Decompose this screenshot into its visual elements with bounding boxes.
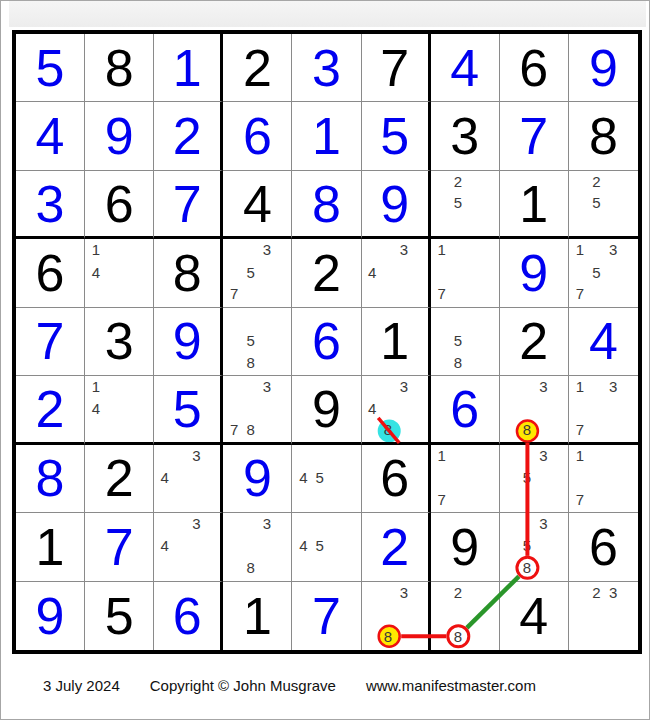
app-window: 5812374694926153783674892512561483572341… [0, 0, 650, 720]
solved-digit: 5 [362, 102, 428, 169]
cell-r4c3[interactable]: 8 [154, 239, 223, 307]
cell-r5c5[interactable]: 6 [292, 308, 361, 376]
given-digit: 1 [500, 171, 568, 236]
cell-r6c1[interactable]: 2 [16, 376, 85, 444]
cell-r4c6[interactable]: 34 [362, 239, 431, 307]
candidate-5: 5 [316, 537, 324, 554]
solved-digit: 3 [292, 34, 360, 101]
solved-digit: 4 [569, 308, 638, 375]
candidate-5: 5 [523, 537, 531, 554]
cell-r6c4[interactable]: 378 [223, 376, 292, 444]
candidate-3: 3 [609, 583, 617, 600]
candidate-7: 7 [230, 420, 238, 437]
candidate-5: 5 [246, 332, 254, 349]
solved-digit: 6 [223, 102, 291, 169]
candidate-5: 5 [592, 263, 600, 280]
cell-r3c7[interactable]: 25 [431, 171, 500, 239]
cell-r4c5[interactable]: 2 [292, 239, 361, 307]
solved-digit: 6 [154, 582, 220, 650]
cell-r1c1[interactable]: 5 [16, 34, 85, 102]
candidate-3: 3 [192, 515, 200, 532]
given-digit: 6 [16, 239, 84, 306]
cell-r4c2[interactable]: 14 [85, 239, 154, 307]
solved-digit: 6 [431, 376, 499, 441]
solved-digit: 1 [154, 34, 220, 101]
cell-r5c7[interactable]: 58 [431, 308, 500, 376]
cell-r7c6[interactable]: 6 [362, 445, 431, 513]
cell-r6c5[interactable]: 9 [292, 376, 361, 444]
footer-website[interactable]: www.manifestmaster.com [366, 677, 536, 694]
solved-digit: 8 [16, 445, 84, 512]
candidate-8: 8 [384, 628, 392, 645]
cell-r2c6[interactable]: 5 [362, 102, 431, 170]
cell-r7c8[interactable]: 35 [500, 445, 569, 513]
cell-r8c1[interactable]: 1 [16, 513, 85, 581]
cell-r1c6[interactable]: 7 [362, 34, 431, 102]
candidate-4: 4 [161, 537, 169, 554]
solved-digit: 9 [85, 102, 153, 169]
cell-r7c5[interactable]: 45 [292, 445, 361, 513]
cell-r2c9[interactable]: 8 [569, 102, 638, 170]
cell-r3c5[interactable]: 8 [292, 171, 361, 239]
candidate-4: 4 [92, 399, 100, 416]
cell-r7c3[interactable]: 34 [154, 445, 223, 513]
cell-r1c3[interactable]: 1 [154, 34, 223, 102]
cell-r3c9[interactable]: 25 [569, 171, 638, 239]
solved-digit: 7 [16, 308, 84, 375]
cell-r3c6[interactable]: 9 [362, 171, 431, 239]
cell-r1c9[interactable]: 9 [569, 34, 638, 102]
given-digit: 2 [292, 239, 360, 306]
footer-copyright: Copyright © John Musgrave [150, 677, 336, 694]
candidate-4: 4 [92, 263, 100, 280]
candidate-3: 3 [609, 378, 617, 395]
given-digit: 1 [223, 582, 291, 650]
cell-r4c8[interactable]: 9 [500, 239, 569, 307]
candidate-8: 8 [454, 353, 462, 370]
given-digit: 4 [223, 171, 291, 236]
cell-r7c4[interactable]: 9 [223, 445, 292, 513]
candidate-5: 5 [454, 332, 462, 349]
cell-r3c8[interactable]: 1 [500, 171, 569, 239]
given-digit: 1 [362, 308, 428, 375]
cell-r2c7[interactable]: 3 [431, 102, 500, 170]
cell-r4c1[interactable]: 6 [16, 239, 85, 307]
cell-r2c3[interactable]: 2 [154, 102, 223, 170]
cell-r5c6[interactable]: 1 [362, 308, 431, 376]
cell-r7c1[interactable]: 8 [16, 445, 85, 513]
cell-r8c4[interactable]: 38 [223, 513, 292, 581]
cell-r9c8[interactable]: 4 [500, 582, 569, 650]
solved-digit: 2 [16, 376, 84, 441]
cell-r8c5[interactable]: 45 [292, 513, 361, 581]
candidate-5: 5 [316, 469, 324, 486]
candidate-3: 3 [400, 583, 408, 600]
candidate-1: 1 [576, 446, 584, 463]
given-digit: 8 [154, 239, 220, 306]
cell-r5c8[interactable]: 2 [500, 308, 569, 376]
candidate-8: 8 [246, 353, 254, 370]
solved-digit: 6 [292, 308, 360, 375]
candidate-8: 8 [384, 420, 392, 437]
cell-r8c9[interactable]: 6 [569, 513, 638, 581]
candidate-1: 1 [92, 241, 100, 258]
cell-r2c4[interactable]: 6 [223, 102, 292, 170]
solved-digit: 8 [292, 171, 360, 236]
cell-r9c2[interactable]: 5 [85, 582, 154, 650]
cell-r8c2[interactable]: 7 [85, 513, 154, 581]
candidate-7: 7 [576, 420, 584, 437]
candidate-4: 4 [299, 537, 307, 554]
solved-digit: 7 [154, 171, 220, 236]
solved-digit: 5 [154, 376, 220, 441]
given-digit: 2 [500, 308, 568, 375]
solved-digit: 9 [154, 308, 220, 375]
candidate-3: 3 [263, 378, 271, 395]
cell-r8c3[interactable]: 34 [154, 513, 223, 581]
cell-r3c2[interactable]: 6 [85, 171, 154, 239]
cell-r7c9[interactable]: 17 [569, 445, 638, 513]
given-digit: 5 [85, 582, 153, 650]
cell-r5c3[interactable]: 9 [154, 308, 223, 376]
given-digit: 3 [85, 308, 153, 375]
given-digit: 3 [431, 102, 499, 169]
candidate-8: 8 [454, 628, 462, 645]
given-digit: 4 [500, 582, 568, 650]
cell-r8c7[interactable]: 9 [431, 513, 500, 581]
sudoku-grid: 5812374694926153783674892512561483572341… [12, 30, 642, 654]
solved-digit: 7 [292, 582, 360, 650]
cell-r7c7[interactable]: 17 [431, 445, 500, 513]
cell-r1c4[interactable]: 2 [223, 34, 292, 102]
cell-r5c1[interactable]: 7 [16, 308, 85, 376]
solved-digit: 1 [292, 102, 360, 169]
solved-digit: 3 [16, 171, 84, 236]
cell-r5c9[interactable]: 4 [569, 308, 638, 376]
cell-r1c8[interactable]: 6 [500, 34, 569, 102]
given-digit: 9 [431, 513, 499, 580]
solved-digit: 9 [16, 582, 84, 650]
given-digit: 1 [16, 513, 84, 580]
cell-r3c1[interactable]: 3 [16, 171, 85, 239]
cell-r3c4[interactable]: 4 [223, 171, 292, 239]
cell-r9c4[interactable]: 1 [223, 582, 292, 650]
given-digit: 8 [569, 102, 638, 169]
candidate-2: 2 [454, 583, 462, 600]
footer-date: 3 July 2024 [43, 677, 120, 694]
cell-r6c9[interactable]: 137 [569, 376, 638, 444]
given-digit: 2 [223, 34, 291, 101]
cell-r7c2[interactable]: 2 [85, 445, 154, 513]
solved-digit: 7 [500, 102, 568, 169]
candidate-3: 3 [609, 241, 617, 258]
cell-r5c2[interactable]: 3 [85, 308, 154, 376]
cell-r9c7[interactable]: 28 [431, 582, 500, 650]
candidate-4: 4 [161, 469, 169, 486]
candidate-7: 7 [437, 285, 445, 302]
solved-digit: 9 [569, 34, 638, 101]
candidate-2: 2 [592, 172, 600, 189]
candidate-1: 1 [437, 446, 445, 463]
given-digit: 2 [85, 445, 153, 512]
cell-r6c6[interactable]: 348 [362, 376, 431, 444]
candidate-8: 8 [523, 559, 531, 576]
cell-r8c6[interactable]: 2 [362, 513, 431, 581]
cell-r9c5[interactable]: 7 [292, 582, 361, 650]
cell-r4c9[interactable]: 1357 [569, 239, 638, 307]
candidate-3: 3 [539, 378, 547, 395]
given-digit: 9 [292, 376, 360, 441]
given-digit: 8 [85, 34, 153, 101]
cell-r6c2[interactable]: 14 [85, 376, 154, 444]
candidate-3: 3 [539, 515, 547, 532]
cell-r4c4[interactable]: 357 [223, 239, 292, 307]
candidate-1: 1 [92, 378, 100, 395]
cell-r4c7[interactable]: 17 [431, 239, 500, 307]
candidate-5: 5 [592, 194, 600, 211]
candidate-3: 3 [539, 446, 547, 463]
solved-digit: 4 [16, 102, 84, 169]
cell-r1c2[interactable]: 8 [85, 34, 154, 102]
candidate-3: 3 [192, 446, 200, 463]
candidate-5: 5 [246, 263, 254, 280]
cell-r6c7[interactable]: 6 [431, 376, 500, 444]
cell-r9c6[interactable]: 38 [362, 582, 431, 650]
cell-r1c5[interactable]: 3 [292, 34, 361, 102]
solved-digit: 2 [154, 102, 220, 169]
solved-digit: 7 [85, 513, 153, 580]
cell-r1c7[interactable]: 4 [431, 34, 500, 102]
cell-r9c1[interactable]: 9 [16, 582, 85, 650]
candidate-3: 3 [400, 241, 408, 258]
cell-r8c8[interactable]: 358 [500, 513, 569, 581]
candidate-7: 7 [230, 285, 238, 302]
candidate-1: 1 [576, 378, 584, 395]
footer: 3 July 2024 Copyright © John Musgrave ww… [43, 677, 536, 694]
top-bar [9, 1, 646, 27]
given-digit: 6 [500, 34, 568, 101]
given-digit: 6 [569, 513, 638, 580]
cell-r6c3[interactable]: 5 [154, 376, 223, 444]
solved-digit: 4 [431, 34, 499, 101]
solved-digit: 9 [500, 239, 568, 306]
candidate-4: 4 [368, 399, 376, 416]
candidate-2: 2 [454, 172, 462, 189]
cell-r2c1[interactable]: 4 [16, 102, 85, 170]
cell-r3c3[interactable]: 7 [154, 171, 223, 239]
candidate-1: 1 [576, 241, 584, 258]
solved-digit: 5 [16, 34, 84, 101]
given-digit: 6 [85, 171, 153, 236]
candidate-3: 3 [263, 515, 271, 532]
candidate-2: 2 [592, 583, 600, 600]
candidate-8: 8 [246, 420, 254, 437]
candidate-8: 8 [246, 559, 254, 576]
candidate-7: 7 [576, 490, 584, 507]
cell-r9c3[interactable]: 6 [154, 582, 223, 650]
candidate-7: 7 [437, 490, 445, 507]
candidate-4: 4 [299, 469, 307, 486]
candidate-5: 5 [454, 194, 462, 211]
candidate-1: 1 [437, 241, 445, 258]
cell-r2c8[interactable]: 7 [500, 102, 569, 170]
candidate-3: 3 [400, 378, 408, 395]
candidate-8: 8 [523, 420, 531, 437]
solved-digit: 9 [362, 171, 428, 236]
given-digit: 7 [362, 34, 428, 101]
candidate-5: 5 [523, 469, 531, 486]
solved-digit: 9 [223, 445, 291, 512]
cell-r2c2[interactable]: 9 [85, 102, 154, 170]
cell-r6c8[interactable]: 38 [500, 376, 569, 444]
given-digit: 6 [362, 445, 428, 512]
candidate-4: 4 [368, 263, 376, 280]
cell-r5c4[interactable]: 58 [223, 308, 292, 376]
cell-r9c9[interactable]: 23 [569, 582, 638, 650]
cell-r2c5[interactable]: 1 [292, 102, 361, 170]
candidate-7: 7 [576, 285, 584, 302]
candidate-3: 3 [263, 241, 271, 258]
solved-digit: 2 [362, 513, 428, 580]
